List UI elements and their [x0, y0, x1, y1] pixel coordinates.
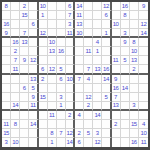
cell-r1c11[interactable] — [93, 2, 102, 11]
cell-r6c16[interactable] — [139, 47, 148, 56]
cell-r12c12[interactable] — [102, 102, 111, 111]
cell-r14c11[interactable] — [93, 120, 102, 129]
cell-r10c5[interactable] — [39, 84, 48, 93]
cell-r5c11[interactable]: 4 — [93, 38, 102, 47]
cell-r16c15[interactable]: 16 — [130, 138, 139, 147]
cell-r2c4[interactable] — [29, 11, 38, 20]
cell-r10c2[interactable] — [11, 84, 20, 93]
cell-r9c1[interactable] — [2, 75, 11, 84]
cell-r2c8[interactable]: 7 — [66, 11, 75, 20]
cell-r3c16[interactable]: 12 — [139, 20, 148, 29]
cell-r6c6[interactable]: 13 — [48, 47, 57, 56]
cell-r8c8[interactable] — [66, 65, 75, 74]
cell-r16c16[interactable]: 11 — [139, 138, 148, 147]
cell-r7c9[interactable] — [75, 56, 84, 65]
cell-r7c13[interactable]: 11 — [112, 56, 121, 65]
cell-r13c12[interactable] — [102, 111, 111, 120]
cell-r8c2[interactable]: 11 — [11, 65, 20, 74]
cell-r5c5[interactable] — [39, 38, 48, 47]
cell-r3c11[interactable] — [93, 20, 102, 29]
cell-r7c12[interactable] — [102, 56, 111, 65]
cell-r10c12[interactable] — [102, 84, 111, 93]
cell-r4c5[interactable]: 12 — [39, 29, 48, 38]
cell-r11c13[interactable]: 7 — [112, 93, 121, 102]
cell-r10c7[interactable] — [57, 84, 66, 93]
cell-r5c15[interactable]: 8 — [130, 38, 139, 47]
cell-r2c3[interactable]: 15 — [20, 11, 29, 20]
cell-r4c4[interactable] — [29, 29, 38, 38]
cell-r14c7[interactable] — [57, 120, 66, 129]
cell-r4c8[interactable]: 11 — [66, 29, 75, 38]
cell-r14c9[interactable] — [75, 120, 84, 129]
cell-r7c8[interactable] — [66, 56, 75, 65]
cell-r1c14[interactable]: 16 — [121, 2, 130, 11]
cell-r9c6[interactable] — [48, 75, 57, 84]
cell-r12c7[interactable]: 1 — [57, 102, 66, 111]
cell-r12c11[interactable] — [93, 102, 102, 111]
cell-r8c5[interactable]: 6 — [39, 65, 48, 74]
cell-r16c11[interactable]: 12 — [93, 138, 102, 147]
cell-r8c16[interactable] — [139, 65, 148, 74]
cell-r1c1[interactable]: 8 — [2, 2, 11, 11]
cell-r4c9[interactable]: 10 — [75, 29, 84, 38]
cell-r7c2[interactable]: 7 — [11, 56, 20, 65]
cell-r8c11[interactable]: 13 — [93, 65, 102, 74]
cell-r15c10[interactable]: 5 — [84, 129, 93, 138]
cell-r2c11[interactable] — [93, 11, 102, 20]
cell-r13c3[interactable] — [20, 111, 29, 120]
cell-r7c3[interactable]: 9 — [20, 56, 29, 65]
cell-r2c7[interactable] — [57, 11, 66, 20]
cell-r6c9[interactable] — [75, 47, 84, 56]
cell-r12c13[interactable]: 13 — [112, 102, 121, 111]
cell-r2c9[interactable]: 11 — [75, 11, 84, 20]
cell-r8c14[interactable] — [121, 65, 130, 74]
cell-r9c8[interactable]: 10 — [66, 75, 75, 84]
cell-r13c13[interactable] — [112, 111, 121, 120]
cell-r7c7[interactable] — [57, 56, 66, 65]
cell-r15c13[interactable] — [112, 129, 121, 138]
cell-r9c5[interactable]: 2 — [39, 75, 48, 84]
cell-r9c7[interactable]: 6 — [57, 75, 66, 84]
cell-r12c2[interactable]: 14 — [11, 102, 20, 111]
cell-r13c15[interactable] — [130, 111, 139, 120]
cell-r4c16[interactable]: 14 — [139, 29, 148, 38]
cell-r10c14[interactable]: 14 — [121, 84, 130, 93]
cell-r2c10[interactable] — [84, 11, 93, 20]
cell-r7c1[interactable] — [2, 56, 11, 65]
cell-r4c15[interactable] — [130, 29, 139, 38]
cell-r15c11[interactable]: 3 — [93, 129, 102, 138]
cell-r1c2[interactable] — [11, 2, 20, 11]
cell-r8c3[interactable] — [20, 65, 29, 74]
cell-r14c2[interactable]: 8 — [11, 120, 20, 129]
cell-r2c6[interactable] — [48, 11, 57, 20]
cell-r7c5[interactable] — [39, 56, 48, 65]
cell-r5c12[interactable] — [102, 38, 111, 47]
cell-r15c12[interactable] — [102, 129, 111, 138]
cell-r3c4[interactable]: 6 — [29, 20, 38, 29]
cell-r11c4[interactable]: 9 — [29, 93, 38, 102]
cell-r11c5[interactable]: 15 — [39, 93, 48, 102]
cell-r12c6[interactable] — [48, 102, 57, 111]
cell-r13c9[interactable]: 4 — [75, 111, 84, 120]
cell-r5c8[interactable] — [66, 38, 75, 47]
cell-r16c8[interactable]: 14 — [66, 138, 75, 147]
cell-r14c5[interactable] — [39, 120, 48, 129]
cell-r16c2[interactable]: 10 — [11, 138, 20, 147]
cell-r11c11[interactable] — [93, 93, 102, 102]
cell-r15c15[interactable] — [130, 129, 139, 138]
cell-r9c16[interactable] — [139, 75, 148, 84]
cell-r11c8[interactable] — [66, 93, 75, 102]
cell-r2c16[interactable] — [139, 11, 148, 20]
cell-r5c16[interactable] — [139, 38, 148, 47]
cell-r5c13[interactable] — [112, 38, 121, 47]
cell-r14c3[interactable] — [20, 120, 29, 129]
cell-r11c2[interactable] — [11, 93, 20, 102]
cell-r4c1[interactable]: 9 — [2, 29, 11, 38]
cell-r16c12[interactable] — [102, 138, 111, 147]
cell-r6c10[interactable]: 11 — [84, 47, 93, 56]
cell-r4c14[interactable]: 3 — [121, 29, 130, 38]
cell-r3c5[interactable] — [39, 20, 48, 29]
cell-r15c6[interactable]: 8 — [48, 129, 57, 138]
cell-r9c15[interactable] — [130, 75, 139, 84]
cell-r1c6[interactable] — [48, 2, 57, 11]
cell-r4c2[interactable] — [11, 29, 20, 38]
cell-r7c6[interactable] — [48, 56, 57, 65]
cell-r10c16[interactable] — [139, 84, 148, 93]
cell-r6c12[interactable] — [102, 47, 111, 56]
cell-r15c2[interactable] — [11, 129, 20, 138]
cell-r8c7[interactable]: 5 — [57, 65, 66, 74]
cell-r4c10[interactable] — [84, 29, 93, 38]
cell-r6c14[interactable] — [121, 47, 130, 56]
cell-r4c12[interactable]: 1 — [102, 29, 111, 38]
cell-r9c3[interactable] — [20, 75, 29, 84]
cell-r6c13[interactable] — [112, 47, 121, 56]
cell-r14c10[interactable] — [84, 120, 93, 129]
cell-r2c13[interactable] — [112, 11, 121, 20]
cell-r8c10[interactable]: 7 — [84, 65, 93, 74]
cell-r13c4[interactable] — [29, 111, 38, 120]
cell-r12c1[interactable] — [2, 102, 11, 111]
cell-r3c12[interactable] — [102, 20, 111, 29]
cell-r16c6[interactable]: 1 — [48, 138, 57, 147]
cell-r11c3[interactable] — [20, 93, 29, 102]
cell-r8c9[interactable] — [75, 65, 84, 74]
cell-r13c16[interactable] — [139, 111, 148, 120]
cell-r13c2[interactable] — [11, 111, 20, 120]
cell-r14c12[interactable] — [102, 120, 111, 129]
cell-r9c12[interactable]: 14 — [102, 75, 111, 84]
cell-r14c14[interactable] — [121, 120, 130, 129]
cell-r3c2[interactable] — [11, 20, 20, 29]
cell-r1c8[interactable]: 6 — [66, 2, 75, 11]
cell-r2c2[interactable] — [11, 11, 20, 20]
cell-r14c4[interactable]: 14 — [29, 120, 38, 129]
cell-r11c15[interactable] — [130, 93, 139, 102]
cell-r3c14[interactable] — [121, 20, 130, 29]
cell-r14c1[interactable]: 11 — [2, 120, 11, 129]
cell-r16c10[interactable] — [84, 138, 93, 147]
cell-r12c5[interactable] — [39, 102, 48, 111]
cell-r7c4[interactable]: 12 — [29, 56, 38, 65]
cell-r15c9[interactable]: 2 — [75, 129, 84, 138]
cell-r3c6[interactable] — [48, 20, 57, 29]
cell-r10c4[interactable]: 5 — [29, 84, 38, 93]
cell-r10c15[interactable] — [130, 84, 139, 93]
cell-r16c4[interactable] — [29, 138, 38, 147]
cell-r7c14[interactable]: 5 — [121, 56, 130, 65]
cell-r14c13[interactable]: 2 — [112, 120, 121, 129]
cell-r5c6[interactable]: 10 — [48, 38, 57, 47]
cell-r3c15[interactable] — [130, 20, 139, 29]
cell-r11c12[interactable]: 5 — [102, 93, 111, 102]
cell-r9c13[interactable]: 9 — [112, 75, 121, 84]
cell-r9c9[interactable]: 7 — [75, 75, 84, 84]
cell-r10c1[interactable] — [2, 84, 11, 93]
cell-r12c10[interactable]: 2 — [84, 102, 93, 111]
cell-r15c4[interactable] — [29, 129, 38, 138]
cell-r4c11[interactable] — [93, 29, 102, 38]
cell-r8c1[interactable] — [2, 65, 11, 74]
cell-r5c9[interactable] — [75, 38, 84, 47]
cell-r2c14[interactable]: 8 — [121, 11, 130, 20]
cell-r16c3[interactable] — [20, 138, 29, 147]
cell-r1c5[interactable]: 10 — [39, 2, 48, 11]
cell-r12c15[interactable]: 3 — [130, 102, 139, 111]
cell-r3c13[interactable]: 10 — [112, 20, 121, 29]
cell-r1c3[interactable]: 2 — [20, 2, 29, 11]
cell-r16c13[interactable] — [112, 138, 121, 147]
cell-r10c13[interactable]: 16 — [112, 84, 121, 93]
cell-r6c8[interactable] — [66, 47, 75, 56]
cell-r11c7[interactable]: 3 — [57, 93, 66, 102]
cell-r13c7[interactable] — [57, 111, 66, 120]
cell-r1c13[interactable] — [112, 2, 121, 11]
cell-r8c4[interactable] — [29, 65, 38, 74]
cell-r16c5[interactable] — [39, 138, 48, 147]
cell-r16c1[interactable]: 3 — [2, 138, 11, 147]
cell-r5c10[interactable] — [84, 38, 93, 47]
cell-r11c14[interactable] — [121, 93, 130, 102]
cell-r11c16[interactable] — [139, 93, 148, 102]
cell-r5c2[interactable]: 16 — [11, 38, 20, 47]
cell-r4c6[interactable] — [48, 29, 57, 38]
cell-r15c7[interactable]: 7 — [57, 129, 66, 138]
cell-r4c13[interactable] — [112, 29, 121, 38]
cell-r3c8[interactable]: 3 — [66, 20, 75, 29]
cell-r9c11[interactable] — [93, 75, 102, 84]
cell-r1c10[interactable] — [84, 2, 93, 11]
cell-r3c10[interactable] — [84, 20, 93, 29]
cell-r5c7[interactable] — [57, 38, 66, 47]
cell-r1c9[interactable]: 14 — [75, 2, 84, 11]
cell-r8c6[interactable]: 12 — [48, 65, 57, 74]
cell-r11c1[interactable] — [2, 93, 11, 102]
cell-r12c3[interactable] — [20, 102, 29, 111]
cell-r15c5[interactable] — [39, 129, 48, 138]
cell-r16c9[interactable]: 6 — [75, 138, 84, 147]
cell-r3c3[interactable] — [20, 20, 29, 29]
cell-r6c5[interactable] — [39, 47, 48, 56]
cell-r10c9[interactable] — [75, 84, 84, 93]
cell-r2c1[interactable] — [2, 11, 11, 20]
cell-r8c15[interactable]: 2 — [130, 65, 139, 74]
cell-r13c11[interactable]: 14 — [93, 111, 102, 120]
cell-r6c15[interactable]: 10 — [130, 47, 139, 56]
cell-r9c2[interactable] — [11, 75, 20, 84]
cell-r2c15[interactable] — [130, 11, 139, 20]
cell-r4c7[interactable] — [57, 29, 66, 38]
cell-r7c10[interactable] — [84, 56, 93, 65]
cell-r4c3[interactable]: 7 — [20, 29, 29, 38]
cell-r14c6[interactable] — [48, 120, 57, 129]
cell-r7c15[interactable]: 13 — [130, 56, 139, 65]
cell-r13c5[interactable] — [39, 111, 48, 120]
cell-r1c12[interactable]: 12 — [102, 2, 111, 11]
cell-r10c6[interactable] — [48, 84, 57, 93]
cell-r6c11[interactable]: 1 — [93, 47, 102, 56]
cell-r5c4[interactable] — [29, 38, 38, 47]
cell-r16c7[interactable] — [57, 138, 66, 147]
cell-r13c6[interactable]: 11 — [48, 111, 57, 120]
cell-r6c2[interactable]: 2 — [11, 47, 20, 56]
cell-r12c14[interactable] — [121, 102, 130, 111]
cell-r9c10[interactable]: 4 — [84, 75, 93, 84]
cell-r6c3[interactable] — [20, 47, 29, 56]
cell-r15c8[interactable]: 12 — [66, 129, 75, 138]
cell-r16c14[interactable] — [121, 138, 130, 147]
cell-r2c12[interactable]: 6 — [102, 11, 111, 20]
cell-r13c14[interactable] — [121, 111, 130, 120]
cell-r15c3[interactable] — [20, 129, 29, 138]
cell-r8c13[interactable] — [112, 65, 121, 74]
cell-r10c10[interactable] — [84, 84, 93, 93]
cell-r10c3[interactable]: 6 — [20, 84, 29, 93]
cell-r12c8[interactable] — [66, 102, 75, 111]
cell-r5c3[interactable]: 13 — [20, 38, 29, 47]
cell-r14c16[interactable]: 4 — [139, 120, 148, 129]
cell-r13c1[interactable] — [2, 111, 11, 120]
cell-r15c1[interactable]: 15 — [2, 129, 11, 138]
cell-r11c10[interactable]: 12 — [84, 93, 93, 102]
cell-r10c11[interactable] — [93, 84, 102, 93]
cell-r1c15[interactable] — [130, 2, 139, 11]
cell-r14c8[interactable] — [66, 120, 75, 129]
cell-r10c8[interactable] — [66, 84, 75, 93]
cell-r14c15[interactable]: 15 — [130, 120, 139, 129]
cell-r6c1[interactable] — [2, 47, 11, 56]
cell-r1c4[interactable] — [29, 2, 38, 11]
cell-r13c8[interactable]: 2 — [66, 111, 75, 120]
cell-r9c14[interactable] — [121, 75, 130, 84]
cell-r5c1[interactable] — [2, 38, 11, 47]
cell-r1c16[interactable]: 9 — [139, 2, 148, 11]
cell-r13c10[interactable] — [84, 111, 93, 120]
cell-r3c1[interactable]: 16 — [2, 20, 11, 29]
cell-r9c4[interactable]: 13 — [29, 75, 38, 84]
cell-r12c4[interactable]: 11 — [29, 102, 38, 111]
cell-r5c14[interactable]: 9 — [121, 38, 130, 47]
cell-r11c6[interactable] — [48, 93, 57, 102]
cell-r15c14[interactable] — [121, 129, 130, 138]
cell-r6c7[interactable]: 16 — [57, 47, 66, 56]
cell-r6c4[interactable] — [29, 47, 38, 56]
cell-r12c16[interactable] — [139, 102, 148, 111]
cell-r3c9[interactable]: 13 — [75, 20, 84, 29]
cell-r8c12[interactable]: 16 — [102, 65, 111, 74]
cell-r7c11[interactable] — [93, 56, 102, 65]
cell-r15c16[interactable]: 10 — [139, 129, 148, 138]
cell-r3c7[interactable] — [57, 20, 66, 29]
cell-r1c7[interactable] — [57, 2, 66, 11]
cell-r2c5[interactable]: 1 — [39, 11, 48, 20]
cell-r11c9[interactable] — [75, 93, 84, 102]
sudoku-board: 8210614121691517116816631310129712111013… — [0, 0, 150, 150]
cell-r12c9[interactable] — [75, 102, 84, 111]
cell-r7c16[interactable] — [139, 56, 148, 65]
